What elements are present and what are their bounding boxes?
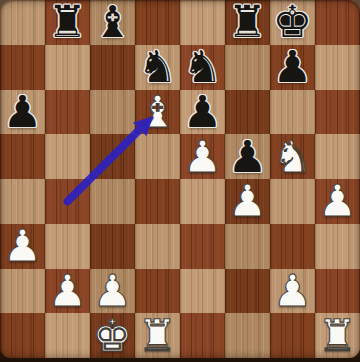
square-b1[interactable] (45, 313, 90, 358)
piece-black-king-g8[interactable]: ♚ (273, 0, 312, 44)
piece-black-bishop-c8[interactable]: ♝ (93, 0, 132, 44)
square-a4[interactable] (0, 179, 45, 224)
square-c7[interactable] (90, 45, 135, 90)
square-b3[interactable] (45, 224, 90, 269)
square-a1[interactable] (0, 313, 45, 358)
piece-white-pawn-c2[interactable]: ♟ (93, 269, 132, 313)
square-g2[interactable]: ♟ (270, 269, 315, 314)
square-h7[interactable] (315, 45, 360, 90)
square-g5[interactable]: ♞ (270, 134, 315, 179)
piece-white-pawn-g2[interactable]: ♟ (273, 269, 312, 313)
square-d2[interactable] (135, 269, 180, 314)
square-g8[interactable]: ♚ (270, 0, 315, 45)
square-e3[interactable] (180, 224, 225, 269)
chess-board-frame: ♜♝♜♚♞♞♟♟♝♟♟♟♞♟♟♟♟♟♟♚♜♜ (0, 0, 360, 362)
piece-white-pawn-a3[interactable]: ♟ (3, 224, 42, 268)
square-f2[interactable] (225, 269, 270, 314)
square-h4[interactable]: ♟ (315, 179, 360, 224)
square-h3[interactable] (315, 224, 360, 269)
square-e7[interactable]: ♞ (180, 45, 225, 90)
piece-white-pawn-h4[interactable]: ♟ (318, 179, 357, 223)
square-d1[interactable]: ♜ (135, 313, 180, 358)
square-c2[interactable]: ♟ (90, 269, 135, 314)
piece-white-pawn-f4[interactable]: ♟ (228, 179, 267, 223)
piece-white-rook-d1[interactable]: ♜ (138, 314, 177, 358)
square-f3[interactable] (225, 224, 270, 269)
square-e8[interactable] (180, 0, 225, 45)
square-e1[interactable] (180, 313, 225, 358)
square-f7[interactable] (225, 45, 270, 90)
piece-white-rook-h1[interactable]: ♜ (318, 314, 357, 358)
chess-board: ♜♝♜♚♞♞♟♟♝♟♟♟♞♟♟♟♟♟♟♚♜♜ (0, 0, 360, 358)
square-c5[interactable] (90, 134, 135, 179)
square-h2[interactable] (315, 269, 360, 314)
square-b8[interactable]: ♜ (45, 0, 90, 45)
square-c4[interactable] (90, 179, 135, 224)
square-e5[interactable]: ♟ (180, 134, 225, 179)
square-c8[interactable]: ♝ (90, 0, 135, 45)
square-c6[interactable] (90, 90, 135, 135)
square-g1[interactable] (270, 313, 315, 358)
square-d8[interactable] (135, 0, 180, 45)
piece-white-pawn-b2[interactable]: ♟ (48, 269, 87, 313)
piece-black-knight-d7[interactable]: ♞ (138, 45, 177, 89)
square-g4[interactable] (270, 179, 315, 224)
square-a5[interactable] (0, 134, 45, 179)
square-b5[interactable] (45, 134, 90, 179)
square-d4[interactable] (135, 179, 180, 224)
square-e6[interactable]: ♟ (180, 90, 225, 135)
piece-white-king-c1[interactable]: ♚ (93, 314, 132, 358)
square-b2[interactable]: ♟ (45, 269, 90, 314)
square-g3[interactable] (270, 224, 315, 269)
square-g7[interactable]: ♟ (270, 45, 315, 90)
square-f1[interactable] (225, 313, 270, 358)
square-b4[interactable] (45, 179, 90, 224)
square-a2[interactable] (0, 269, 45, 314)
square-f5[interactable]: ♟ (225, 134, 270, 179)
piece-white-bishop-d6[interactable]: ♝ (138, 90, 177, 134)
piece-black-rook-b8[interactable]: ♜ (48, 0, 87, 44)
square-a8[interactable] (0, 0, 45, 45)
piece-white-pawn-e5[interactable]: ♟ (183, 135, 222, 179)
square-f8[interactable]: ♜ (225, 0, 270, 45)
square-e4[interactable] (180, 179, 225, 224)
piece-black-pawn-f5[interactable]: ♟ (228, 135, 267, 179)
square-d3[interactable] (135, 224, 180, 269)
square-c3[interactable] (90, 224, 135, 269)
square-h6[interactable] (315, 90, 360, 135)
square-b6[interactable] (45, 90, 90, 135)
piece-black-pawn-a6[interactable]: ♟ (3, 90, 42, 134)
square-a3[interactable]: ♟ (0, 224, 45, 269)
piece-white-knight-g5[interactable]: ♞ (273, 135, 312, 179)
square-g6[interactable] (270, 90, 315, 135)
piece-black-pawn-e6[interactable]: ♟ (183, 90, 222, 134)
square-a6[interactable]: ♟ (0, 90, 45, 135)
square-d6[interactable]: ♝ (135, 90, 180, 135)
square-b7[interactable] (45, 45, 90, 90)
square-d5[interactable] (135, 134, 180, 179)
square-f4[interactable]: ♟ (225, 179, 270, 224)
square-a7[interactable] (0, 45, 45, 90)
piece-black-rook-f8[interactable]: ♜ (228, 0, 267, 44)
square-h1[interactable]: ♜ (315, 313, 360, 358)
square-e2[interactable] (180, 269, 225, 314)
square-h5[interactable] (315, 134, 360, 179)
piece-black-pawn-g7[interactable]: ♟ (273, 45, 312, 89)
square-d7[interactable]: ♞ (135, 45, 180, 90)
piece-black-knight-e7[interactable]: ♞ (183, 45, 222, 89)
square-h8[interactable] (315, 0, 360, 45)
square-f6[interactable] (225, 90, 270, 135)
square-c1[interactable]: ♚ (90, 313, 135, 358)
